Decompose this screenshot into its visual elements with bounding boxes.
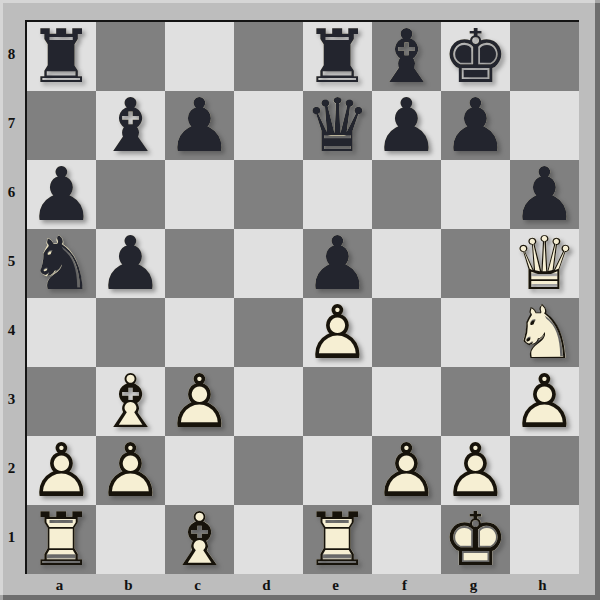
square-f8[interactable]: ♗♝ [372,22,441,91]
rank-label-4: 4 [0,296,23,365]
square-e4[interactable]: ♟♙ [303,298,372,367]
black-pawn-icon: ♙ [166,87,232,161]
white-rook-icon: ♜ [28,501,94,575]
black-rook-icon: ♖ [304,18,370,92]
white-knight-icon: ♘ [511,294,577,368]
square-c3[interactable]: ♟♙ [165,367,234,436]
square-d6[interactable] [234,160,303,229]
square-g1[interactable]: ♚♔ [441,505,510,574]
white-pawn-icon: ♙ [511,363,577,437]
square-h4[interactable]: ♞♘ [510,298,579,367]
square-c8[interactable] [165,22,234,91]
black-bishop-icon: ♝ [373,18,439,92]
black-knight-icon: ♞ [28,225,94,299]
square-a7[interactable] [27,91,96,160]
file-label-e: e [301,574,370,596]
piece-white-rook[interactable]: ♜♖ [303,505,372,574]
square-h8[interactable] [510,22,579,91]
white-pawn-icon: ♙ [166,363,232,437]
white-king-icon: ♚ [442,501,508,575]
piece-black-pawn[interactable]: ♙♟ [27,160,96,229]
square-h7[interactable] [510,91,579,160]
square-c2[interactable] [165,436,234,505]
square-c7[interactable]: ♙♟ [165,91,234,160]
piece-white-pawn[interactable]: ♟♙ [165,367,234,436]
piece-black-bishop[interactable]: ♗♝ [96,91,165,160]
piece-black-pawn[interactable]: ♙♟ [441,91,510,160]
square-d1[interactable] [234,505,303,574]
file-label-c: c [163,574,232,596]
file-label-a: a [25,574,94,596]
rank-label-8: 8 [0,20,23,89]
white-pawn-icon: ♙ [304,294,370,368]
piece-white-pawn[interactable]: ♟♙ [372,436,441,505]
square-c1[interactable]: ♝♗ [165,505,234,574]
square-a6[interactable]: ♙♟ [27,160,96,229]
black-pawn-icon: ♙ [511,156,577,230]
white-bishop-icon: ♗ [97,363,163,437]
white-knight-icon: ♞ [511,294,577,368]
square-b1[interactable] [96,505,165,574]
square-g5[interactable] [441,229,510,298]
piece-white-pawn[interactable]: ♟♙ [510,367,579,436]
piece-black-king[interactable]: ♔♚ [441,22,510,91]
piece-white-pawn[interactable]: ♟♙ [96,436,165,505]
square-e7[interactable]: ♕♛ [303,91,372,160]
black-knight-icon: ♘ [28,225,94,299]
black-queen-icon: ♕ [304,87,370,161]
square-e5[interactable]: ♙♟ [303,229,372,298]
piece-white-bishop[interactable]: ♝♗ [96,367,165,436]
white-pawn-icon: ♙ [442,432,508,506]
square-a2[interactable]: ♟♙ [27,436,96,505]
file-label-g: g [439,574,508,596]
square-d4[interactable] [234,298,303,367]
square-f3[interactable] [372,367,441,436]
black-pawn-icon: ♟ [97,225,163,299]
black-bishop-icon: ♗ [97,87,163,161]
square-b7[interactable]: ♗♝ [96,91,165,160]
file-labels: abcdefgh [25,574,577,596]
square-d5[interactable] [234,229,303,298]
white-pawn-icon: ♟ [304,294,370,368]
rank-label-2: 2 [0,434,23,503]
square-g8[interactable]: ♔♚ [441,22,510,91]
square-e8[interactable]: ♖♜ [303,22,372,91]
black-pawn-icon: ♟ [511,156,577,230]
white-pawn-icon: ♙ [28,432,94,506]
square-d8[interactable] [234,22,303,91]
white-pawn-icon: ♙ [373,432,439,506]
square-b4[interactable] [96,298,165,367]
piece-white-knight[interactable]: ♞♘ [510,298,579,367]
rank-label-5: 5 [0,227,23,296]
file-label-f: f [370,574,439,596]
black-pawn-icon: ♟ [304,225,370,299]
square-e2[interactable] [303,436,372,505]
black-pawn-icon: ♙ [442,87,508,161]
square-g6[interactable] [441,160,510,229]
rank-label-1: 1 [0,503,23,572]
square-a4[interactable] [27,298,96,367]
black-bishop-icon: ♗ [373,18,439,92]
piece-black-pawn[interactable]: ♙♟ [165,91,234,160]
square-a8[interactable]: ♖♜ [27,22,96,91]
square-g3[interactable] [441,367,510,436]
piece-black-knight[interactable]: ♘♞ [27,229,96,298]
square-e6[interactable] [303,160,372,229]
square-f5[interactable] [372,229,441,298]
piece-black-pawn[interactable]: ♙♟ [96,229,165,298]
square-f1[interactable] [372,505,441,574]
square-d7[interactable] [234,91,303,160]
white-pawn-icon: ♟ [511,363,577,437]
white-bishop-icon: ♝ [97,363,163,437]
square-f7[interactable]: ♙♟ [372,91,441,160]
file-label-b: b [94,574,163,596]
rank-label-3: 3 [0,365,23,434]
white-pawn-icon: ♟ [166,363,232,437]
white-queen-icon: ♛ [511,225,577,299]
black-queen-icon: ♛ [304,87,370,161]
black-pawn-icon: ♟ [373,87,439,161]
piece-white-bishop[interactable]: ♝♗ [165,505,234,574]
piece-black-pawn[interactable]: ♙♟ [372,91,441,160]
square-b3[interactable]: ♝♗ [96,367,165,436]
white-bishop-icon: ♗ [166,501,232,575]
black-rook-icon: ♖ [28,18,94,92]
black-pawn-icon: ♟ [442,87,508,161]
square-h1[interactable] [510,505,579,574]
square-g4[interactable] [441,298,510,367]
square-h3[interactable]: ♟♙ [510,367,579,436]
square-e3[interactable] [303,367,372,436]
square-f6[interactable] [372,160,441,229]
black-rook-icon: ♜ [304,18,370,92]
square-h2[interactable] [510,436,579,505]
piece-white-pawn[interactable]: ♟♙ [303,298,372,367]
rank-label-6: 6 [0,158,23,227]
square-b6[interactable] [96,160,165,229]
square-b8[interactable] [96,22,165,91]
black-king-icon: ♚ [442,18,508,92]
piece-black-rook[interactable]: ♖♜ [303,22,372,91]
square-g2[interactable]: ♟♙ [441,436,510,505]
file-label-d: d [232,574,301,596]
black-pawn-icon: ♙ [97,225,163,299]
black-bishop-icon: ♝ [97,87,163,161]
black-pawn-icon: ♙ [304,225,370,299]
piece-white-king[interactable]: ♚♔ [441,505,510,574]
square-h6[interactable]: ♙♟ [510,160,579,229]
white-pawn-icon: ♙ [97,432,163,506]
chess-board: ♖♜♖♜♗♝♔♚♗♝♙♟♕♛♙♟♙♟♙♟♙♟♘♞♙♟♙♟♛♕♟♙♞♘♝♗♟♙♟♙… [25,20,579,574]
piece-white-rook[interactable]: ♜♖ [27,505,96,574]
square-d2[interactable] [234,436,303,505]
square-a5[interactable]: ♘♞ [27,229,96,298]
piece-black-rook[interactable]: ♖♜ [27,22,96,91]
rank-label-7: 7 [0,89,23,158]
square-b2[interactable]: ♟♙ [96,436,165,505]
piece-black-bishop[interactable]: ♗♝ [372,22,441,91]
square-f2[interactable]: ♟♙ [372,436,441,505]
piece-white-queen[interactable]: ♛♕ [510,229,579,298]
black-pawn-icon: ♙ [28,156,94,230]
white-king-icon: ♔ [442,501,508,575]
square-f4[interactable] [372,298,441,367]
square-h5[interactable]: ♛♕ [510,229,579,298]
square-d3[interactable] [234,367,303,436]
piece-white-pawn[interactable]: ♟♙ [27,436,96,505]
white-bishop-icon: ♝ [166,501,232,575]
rank-labels: 87654321 [0,20,25,572]
square-b5[interactable]: ♙♟ [96,229,165,298]
white-pawn-icon: ♟ [28,432,94,506]
square-c5[interactable] [165,229,234,298]
square-a3[interactable] [27,367,96,436]
white-queen-icon: ♕ [511,225,577,299]
piece-black-pawn[interactable]: ♙♟ [510,160,579,229]
piece-white-pawn[interactable]: ♟♙ [441,436,510,505]
file-label-h: h [508,574,577,596]
black-pawn-icon: ♟ [166,87,232,161]
square-e1[interactable]: ♜♖ [303,505,372,574]
white-rook-icon: ♖ [304,501,370,575]
black-pawn-icon: ♙ [373,87,439,161]
piece-black-queen[interactable]: ♕♛ [303,91,372,160]
white-pawn-icon: ♟ [97,432,163,506]
white-rook-icon: ♖ [28,501,94,575]
white-pawn-icon: ♟ [373,432,439,506]
black-rook-icon: ♜ [28,18,94,92]
white-rook-icon: ♜ [304,501,370,575]
square-g7[interactable]: ♙♟ [441,91,510,160]
square-c6[interactable] [165,160,234,229]
piece-black-pawn[interactable]: ♙♟ [303,229,372,298]
square-a1[interactable]: ♜♖ [27,505,96,574]
black-pawn-icon: ♟ [28,156,94,230]
square-c4[interactable] [165,298,234,367]
white-pawn-icon: ♟ [442,432,508,506]
chess-diagram: ♖♜♖♜♗♝♔♚♗♝♙♟♕♛♙♟♙♟♙♟♙♟♘♞♙♟♙♟♛♕♟♙♞♘♝♗♟♙♟♙… [0,0,600,600]
black-king-icon: ♔ [442,18,508,92]
